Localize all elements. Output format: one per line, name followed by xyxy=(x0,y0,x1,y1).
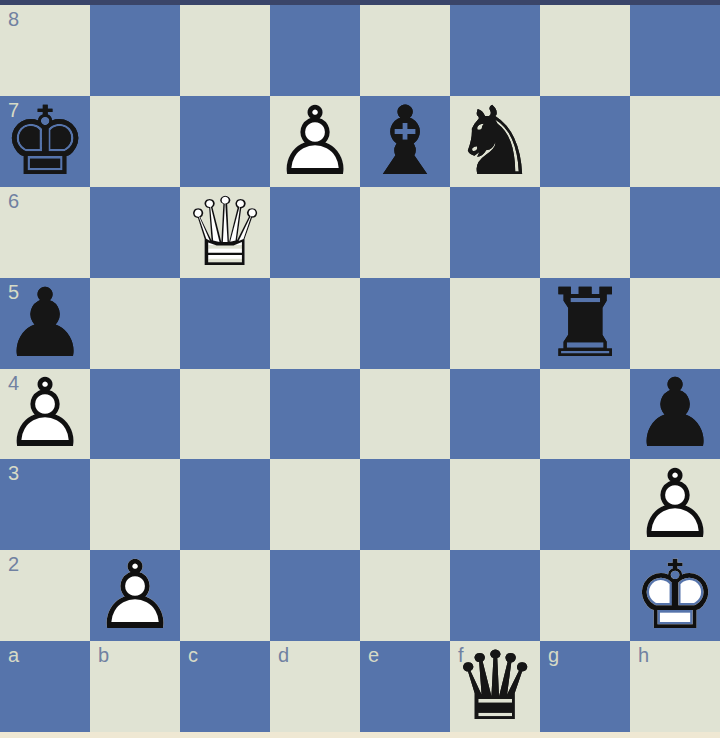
square-g3[interactable] xyxy=(540,459,630,550)
piece-white-pawn[interactable]: ♟♙ xyxy=(270,96,360,187)
white-pawn-outline-glyph: ♙ xyxy=(0,369,90,460)
square-a7[interactable]: 7♚♚ xyxy=(0,96,90,187)
black-knight-outline-glyph: ♞ xyxy=(450,96,540,187)
black-king-outline-glyph: ♚ xyxy=(0,96,90,187)
black-pawn-outline-glyph: ♟ xyxy=(630,369,720,460)
square-c2[interactable] xyxy=(180,550,270,641)
square-e1[interactable]: e xyxy=(360,641,450,732)
square-g2[interactable] xyxy=(540,550,630,641)
square-h1[interactable]: h xyxy=(630,641,720,732)
file-label-a: a xyxy=(8,644,19,666)
square-c7[interactable] xyxy=(180,96,270,187)
square-f8[interactable] xyxy=(450,5,540,96)
square-c6[interactable]: ♛♕ xyxy=(180,187,270,278)
square-a5[interactable]: 5♟♟ xyxy=(0,278,90,369)
square-f3[interactable] xyxy=(450,459,540,550)
square-f2[interactable] xyxy=(450,550,540,641)
file-label-d: d xyxy=(278,644,289,666)
white-pawn-outline-glyph: ♙ xyxy=(90,550,180,641)
square-d7[interactable]: ♟♙ xyxy=(270,96,360,187)
square-a4[interactable]: 4♟♙ xyxy=(0,369,90,460)
square-e7[interactable]: ♝♝ xyxy=(360,96,450,187)
piece-white-pawn[interactable]: ♟♙ xyxy=(630,459,720,550)
white-queen-outline-glyph: ♕ xyxy=(180,187,270,278)
piece-white-pawn[interactable]: ♟♙ xyxy=(90,550,180,641)
piece-black-king[interactable]: ♚♚ xyxy=(0,96,90,187)
rank-label-2: 2 xyxy=(8,553,19,575)
square-c3[interactable] xyxy=(180,459,270,550)
square-d5[interactable] xyxy=(270,278,360,369)
bottom-strip xyxy=(0,732,720,738)
piece-black-pawn[interactable]: ♟♟ xyxy=(0,278,90,369)
piece-black-bishop[interactable]: ♝♝ xyxy=(360,96,450,187)
square-g7[interactable] xyxy=(540,96,630,187)
square-e2[interactable] xyxy=(360,550,450,641)
black-bishop-outline-glyph: ♝ xyxy=(360,96,450,187)
piece-black-knight[interactable]: ♞♞ xyxy=(450,96,540,187)
white-pawn-outline-glyph: ♙ xyxy=(270,96,360,187)
square-d6[interactable] xyxy=(270,187,360,278)
square-c5[interactable] xyxy=(180,278,270,369)
square-d8[interactable] xyxy=(270,5,360,96)
square-e6[interactable] xyxy=(360,187,450,278)
square-h3[interactable]: ♟♙ xyxy=(630,459,720,550)
square-a8[interactable]: 8 xyxy=(0,5,90,96)
square-d1[interactable]: d xyxy=(270,641,360,732)
rank-label-8: 8 xyxy=(8,8,19,30)
file-label-e: e xyxy=(368,644,379,666)
square-d3[interactable] xyxy=(270,459,360,550)
square-d2[interactable] xyxy=(270,550,360,641)
square-b5[interactable] xyxy=(90,278,180,369)
square-e8[interactable] xyxy=(360,5,450,96)
white-king-outline-glyph: ♔ xyxy=(630,550,720,641)
square-f5[interactable] xyxy=(450,278,540,369)
square-e4[interactable] xyxy=(360,369,450,460)
square-f6[interactable] xyxy=(450,187,540,278)
piece-white-queen[interactable]: ♛♕ xyxy=(180,187,270,278)
piece-black-pawn[interactable]: ♟♟ xyxy=(630,369,720,460)
square-a3[interactable]: 3 xyxy=(0,459,90,550)
square-a1[interactable]: a xyxy=(0,641,90,732)
square-b2[interactable]: ♟♙ xyxy=(90,550,180,641)
piece-white-pawn[interactable]: ♟♙ xyxy=(0,369,90,460)
square-h2[interactable]: ♚♔ xyxy=(630,550,720,641)
file-label-g: g xyxy=(548,644,559,666)
piece-white-king[interactable]: ♚♔ xyxy=(630,550,720,641)
square-f1[interactable]: f♛♛ xyxy=(450,641,540,732)
square-h7[interactable] xyxy=(630,96,720,187)
square-e3[interactable] xyxy=(360,459,450,550)
piece-black-queen[interactable]: ♛♛ xyxy=(450,641,540,732)
square-b3[interactable] xyxy=(90,459,180,550)
square-a2[interactable]: 2 xyxy=(0,550,90,641)
square-f4[interactable] xyxy=(450,369,540,460)
square-b4[interactable] xyxy=(90,369,180,460)
square-g4[interactable] xyxy=(540,369,630,460)
square-h5[interactable] xyxy=(630,278,720,369)
black-pawn-outline-glyph: ♟ xyxy=(0,278,90,369)
white-pawn-outline-glyph: ♙ xyxy=(630,459,720,550)
square-g8[interactable] xyxy=(540,5,630,96)
square-c1[interactable]: c xyxy=(180,641,270,732)
square-f7[interactable]: ♞♞ xyxy=(450,96,540,187)
square-d4[interactable] xyxy=(270,369,360,460)
square-c8[interactable] xyxy=(180,5,270,96)
square-g5[interactable]: ♜♜ xyxy=(540,278,630,369)
chess-app-screen: 87♚♚♟♙♝♝♞♞6♛♕5♟♟♜♜4♟♙♟♟3♟♙2♟♙♚♔abcdef♛♛g… xyxy=(0,0,720,738)
square-h8[interactable] xyxy=(630,5,720,96)
black-rook-outline-glyph: ♜ xyxy=(540,278,630,369)
square-c4[interactable] xyxy=(180,369,270,460)
piece-black-rook[interactable]: ♜♜ xyxy=(540,278,630,369)
square-g1[interactable]: g xyxy=(540,641,630,732)
square-g6[interactable] xyxy=(540,187,630,278)
square-h6[interactable] xyxy=(630,187,720,278)
square-b6[interactable] xyxy=(90,187,180,278)
black-queen-outline-glyph: ♛ xyxy=(450,641,540,732)
chess-board[interactable]: 87♚♚♟♙♝♝♞♞6♛♕5♟♟♜♜4♟♙♟♟3♟♙2♟♙♚♔abcdef♛♛g… xyxy=(0,5,720,732)
square-e5[interactable] xyxy=(360,278,450,369)
square-b1[interactable]: b xyxy=(90,641,180,732)
square-a6[interactable]: 6 xyxy=(0,187,90,278)
square-h4[interactable]: ♟♟ xyxy=(630,369,720,460)
square-b8[interactable] xyxy=(90,5,180,96)
square-b7[interactable] xyxy=(90,96,180,187)
file-label-c: c xyxy=(188,644,198,666)
